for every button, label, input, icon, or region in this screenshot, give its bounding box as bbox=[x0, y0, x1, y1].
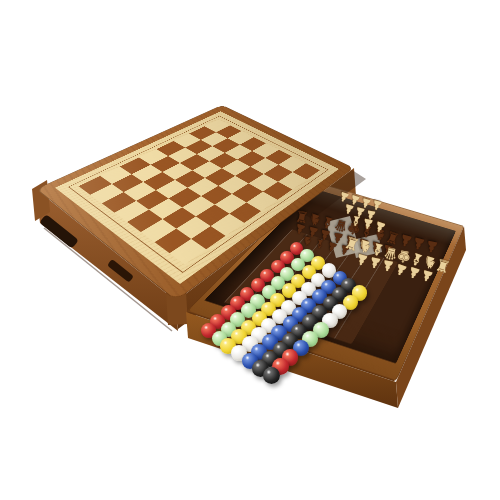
stored-chess-piece: ♟ bbox=[419, 268, 435, 285]
drawer-contents-layer: ♜♞♝♛♚♝♞♜♟♟♟♟♟♟♟♟♟♟♟♞♝♟♟♟♟♟♟♟♟♟♝♟♟♜♞♝♛♚♝♞… bbox=[0, 0, 500, 500]
stored-chess-piece: ♜ bbox=[434, 256, 452, 275]
product-photo-scene: ♜♞♝♛♚♝♞♜♟♟♟♟♟♟♟♟♟♟♟♞♝♟♟♟♟♟♟♟♟♟♝♟♟♜♞♝♛♚♝♞… bbox=[0, 0, 500, 500]
marble-black bbox=[263, 367, 280, 384]
